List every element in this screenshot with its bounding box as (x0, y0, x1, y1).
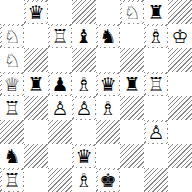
square-c6[interactable] (48, 48, 72, 72)
square-d6[interactable] (72, 48, 96, 72)
square-d4[interactable]: ♙ (72, 96, 96, 120)
white-queen: ♕ (2, 74, 23, 95)
square-g8[interactable]: ♜ (144, 0, 168, 24)
white-knight: ♘ (2, 50, 23, 71)
square-f7[interactable] (120, 24, 144, 48)
white-rook: ♖ (2, 170, 23, 191)
chess-board: ♛♘♜♘♖♝♞♗♔♘♕♜♟♗♛♜♖♖♙♙♗♙♞♛♖♗♚ (0, 0, 192, 192)
black-pawn: ♟ (50, 74, 71, 95)
square-f2[interactable] (120, 144, 144, 168)
black-rook: ♜ (26, 74, 47, 95)
square-f5[interactable]: ♜ (120, 72, 144, 96)
white-pawn: ♙ (74, 98, 95, 119)
square-e7[interactable]: ♞ (96, 24, 120, 48)
white-knight: ♘ (2, 26, 23, 47)
black-bishop: ♝ (74, 26, 95, 47)
square-f3[interactable] (120, 120, 144, 144)
black-knight: ♞ (98, 26, 119, 47)
square-h8[interactable] (168, 0, 192, 24)
white-bishop: ♗ (98, 98, 119, 119)
white-bishop: ♗ (74, 74, 95, 95)
square-d3[interactable] (72, 120, 96, 144)
white-bishop: ♗ (146, 26, 167, 47)
square-g3[interactable]: ♙ (144, 120, 168, 144)
square-e6[interactable] (96, 48, 120, 72)
square-b2[interactable] (24, 144, 48, 168)
square-d2[interactable]: ♛ (72, 144, 96, 168)
white-rook: ♖ (2, 98, 23, 119)
square-c5[interactable]: ♟ (48, 72, 72, 96)
square-b1[interactable] (24, 168, 48, 192)
white-rook: ♖ (50, 26, 71, 47)
white-pawn: ♙ (50, 98, 71, 119)
square-g5[interactable]: ♖ (144, 72, 168, 96)
square-c4[interactable]: ♙ (48, 96, 72, 120)
square-f8[interactable]: ♘ (120, 0, 144, 24)
white-knight: ♘ (122, 2, 143, 23)
square-e2[interactable] (96, 144, 120, 168)
white-king: ♔ (170, 26, 191, 47)
square-f1[interactable] (120, 168, 144, 192)
square-e3[interactable] (96, 120, 120, 144)
white-bishop: ♗ (74, 170, 95, 191)
square-a2[interactable]: ♞ (0, 144, 24, 168)
square-h3[interactable] (168, 120, 192, 144)
black-rook: ♜ (122, 74, 143, 95)
square-e4[interactable]: ♗ (96, 96, 120, 120)
square-a1[interactable]: ♖ (0, 168, 24, 192)
square-b7[interactable] (24, 24, 48, 48)
square-a3[interactable] (0, 120, 24, 144)
black-knight: ♞ (2, 146, 23, 167)
square-g2[interactable] (144, 144, 168, 168)
white-rook: ♖ (146, 74, 167, 95)
square-h4[interactable] (168, 96, 192, 120)
square-g1[interactable] (144, 168, 168, 192)
square-d7[interactable]: ♝ (72, 24, 96, 48)
square-b8[interactable]: ♛ (24, 0, 48, 24)
square-d5[interactable]: ♗ (72, 72, 96, 96)
square-c2[interactable] (48, 144, 72, 168)
square-g7[interactable]: ♗ (144, 24, 168, 48)
square-a8[interactable] (0, 0, 24, 24)
square-a6[interactable]: ♘ (0, 48, 24, 72)
square-g4[interactable] (144, 96, 168, 120)
black-queen: ♛ (26, 2, 47, 23)
square-h7[interactable]: ♔ (168, 24, 192, 48)
square-e8[interactable] (96, 0, 120, 24)
black-queen: ♛ (74, 146, 95, 167)
white-pawn: ♙ (146, 122, 167, 143)
square-g6[interactable] (144, 48, 168, 72)
square-h5[interactable] (168, 72, 192, 96)
square-c8[interactable] (48, 0, 72, 24)
square-f4[interactable] (120, 96, 144, 120)
square-a5[interactable]: ♕ (0, 72, 24, 96)
square-b3[interactable] (24, 120, 48, 144)
square-c7[interactable]: ♖ (48, 24, 72, 48)
square-e5[interactable]: ♛ (96, 72, 120, 96)
square-a7[interactable]: ♘ (0, 24, 24, 48)
square-c3[interactable] (48, 120, 72, 144)
square-h1[interactable] (168, 168, 192, 192)
square-h6[interactable] (168, 48, 192, 72)
square-b4[interactable] (24, 96, 48, 120)
square-a4[interactable]: ♖ (0, 96, 24, 120)
square-d1[interactable]: ♗ (72, 168, 96, 192)
black-queen: ♛ (98, 74, 119, 95)
black-rook: ♜ (146, 2, 167, 23)
black-king: ♚ (98, 170, 119, 191)
square-h2[interactable] (168, 144, 192, 168)
square-b6[interactable] (24, 48, 48, 72)
square-e1[interactable]: ♚ (96, 168, 120, 192)
square-b5[interactable]: ♜ (24, 72, 48, 96)
square-f6[interactable] (120, 48, 144, 72)
square-d8[interactable] (72, 0, 96, 24)
square-c1[interactable] (48, 168, 72, 192)
